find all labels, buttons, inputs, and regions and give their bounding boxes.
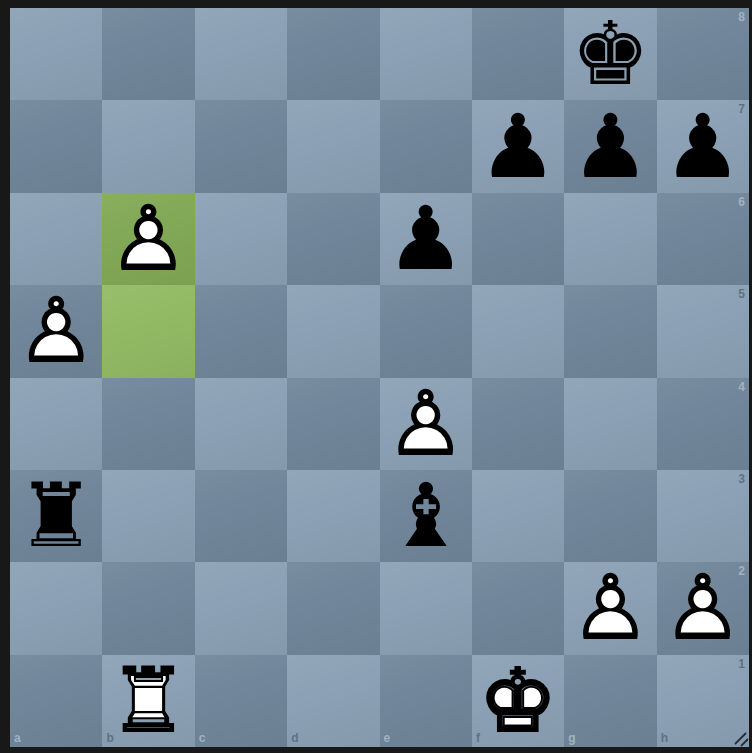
square-a8[interactable] <box>10 8 102 100</box>
piece-outline: ♙ <box>564 562 656 654</box>
square-h6[interactable]: 6 <box>657 193 749 285</box>
square-h8[interactable]: 8 <box>657 8 749 100</box>
square-e5[interactable] <box>380 285 472 377</box>
piece-black-king[interactable]: ♚ <box>564 8 656 100</box>
square-f2[interactable] <box>472 562 564 654</box>
square-c5[interactable] <box>195 285 287 377</box>
resize-handle-icon[interactable] <box>732 730 749 747</box>
square-b1[interactable]: b♜♖ <box>102 655 194 747</box>
square-h4[interactable]: 4 <box>657 378 749 470</box>
piece-white-pawn[interactable]: ♟♙ <box>380 378 472 470</box>
square-g5[interactable] <box>564 285 656 377</box>
piece-outline: ♙ <box>657 562 749 654</box>
square-c2[interactable] <box>195 562 287 654</box>
file-label-c: c <box>199 732 206 744</box>
chess-board[interactable]: ♚8♟♟7♟♟♙♟6♟♙5♟♙4♜♝3♟♙2♟♙ab♜♖cdef♚♔g1h <box>10 8 749 747</box>
square-f8[interactable] <box>472 8 564 100</box>
square-h5[interactable]: 5 <box>657 285 749 377</box>
square-d7[interactable] <box>287 100 379 192</box>
square-e6[interactable]: ♟ <box>380 193 472 285</box>
square-e2[interactable] <box>380 562 472 654</box>
piece-black-pawn[interactable]: ♟ <box>657 100 749 192</box>
square-g7[interactable]: ♟ <box>564 100 656 192</box>
square-a4[interactable] <box>10 378 102 470</box>
square-d1[interactable]: d <box>287 655 379 747</box>
square-b2[interactable] <box>102 562 194 654</box>
piece-black-bishop[interactable]: ♝ <box>380 470 472 562</box>
square-d8[interactable] <box>287 8 379 100</box>
square-d4[interactable] <box>287 378 379 470</box>
board-frame: ♚8♟♟7♟♟♙♟6♟♙5♟♙4♜♝3♟♙2♟♙ab♜♖cdef♚♔g1h <box>0 0 752 753</box>
square-d5[interactable] <box>287 285 379 377</box>
piece-black-pawn[interactable]: ♟ <box>380 193 472 285</box>
square-c3[interactable] <box>195 470 287 562</box>
piece-black-rook[interactable]: ♜ <box>10 470 102 562</box>
square-e3[interactable]: ♝ <box>380 470 472 562</box>
square-c6[interactable] <box>195 193 287 285</box>
square-a1[interactable]: a <box>10 655 102 747</box>
square-a5[interactable]: ♟♙ <box>10 285 102 377</box>
square-g6[interactable] <box>564 193 656 285</box>
square-b6[interactable]: ♟♙ <box>102 193 194 285</box>
file-label-d: d <box>291 732 298 744</box>
square-c4[interactable] <box>195 378 287 470</box>
square-f4[interactable] <box>472 378 564 470</box>
piece-outline: ♙ <box>380 378 472 470</box>
square-g8[interactable]: ♚ <box>564 8 656 100</box>
square-f5[interactable] <box>472 285 564 377</box>
square-g1[interactable]: g <box>564 655 656 747</box>
piece-outline: ♖ <box>102 655 194 747</box>
piece-white-rook[interactable]: ♜♖ <box>102 655 194 747</box>
square-c8[interactable] <box>195 8 287 100</box>
square-g3[interactable] <box>564 470 656 562</box>
square-d3[interactable] <box>287 470 379 562</box>
square-b7[interactable] <box>102 100 194 192</box>
rank-label-1: 1 <box>738 658 745 670</box>
square-b8[interactable] <box>102 8 194 100</box>
file-label-g: g <box>568 732 575 744</box>
square-f6[interactable] <box>472 193 564 285</box>
square-c1[interactable]: c <box>195 655 287 747</box>
rank-label-8: 8 <box>738 11 745 23</box>
file-label-h: h <box>661 732 668 744</box>
piece-white-king[interactable]: ♚♔ <box>472 655 564 747</box>
square-g4[interactable] <box>564 378 656 470</box>
square-h2[interactable]: 2♟♙ <box>657 562 749 654</box>
file-label-a: a <box>14 732 21 744</box>
square-a3[interactable]: ♜ <box>10 470 102 562</box>
square-a7[interactable] <box>10 100 102 192</box>
file-label-e: e <box>384 732 391 744</box>
square-e1[interactable]: e <box>380 655 472 747</box>
piece-black-pawn[interactable]: ♟ <box>564 100 656 192</box>
square-b3[interactable] <box>102 470 194 562</box>
piece-white-pawn[interactable]: ♟♙ <box>564 562 656 654</box>
rank-label-5: 5 <box>738 288 745 300</box>
square-f7[interactable]: ♟ <box>472 100 564 192</box>
square-a6[interactable] <box>10 193 102 285</box>
rank-label-4: 4 <box>738 381 745 393</box>
piece-black-pawn[interactable]: ♟ <box>472 100 564 192</box>
piece-outline: ♔ <box>472 655 564 747</box>
square-d2[interactable] <box>287 562 379 654</box>
square-h7[interactable]: 7♟ <box>657 100 749 192</box>
square-e8[interactable] <box>380 8 472 100</box>
piece-white-pawn[interactable]: ♟♙ <box>10 285 102 377</box>
square-f3[interactable] <box>472 470 564 562</box>
piece-white-pawn[interactable]: ♟♙ <box>102 193 194 285</box>
piece-white-pawn[interactable]: ♟♙ <box>657 562 749 654</box>
rank-label-3: 3 <box>738 473 745 485</box>
square-e7[interactable] <box>380 100 472 192</box>
square-e4[interactable]: ♟♙ <box>380 378 472 470</box>
square-f1[interactable]: f♚♔ <box>472 655 564 747</box>
square-b5[interactable] <box>102 285 194 377</box>
piece-outline: ♙ <box>10 285 102 377</box>
square-g2[interactable]: ♟♙ <box>564 562 656 654</box>
square-d6[interactable] <box>287 193 379 285</box>
square-h3[interactable]: 3 <box>657 470 749 562</box>
square-b4[interactable] <box>102 378 194 470</box>
piece-outline: ♙ <box>102 193 194 285</box>
square-a2[interactable] <box>10 562 102 654</box>
square-c7[interactable] <box>195 100 287 192</box>
